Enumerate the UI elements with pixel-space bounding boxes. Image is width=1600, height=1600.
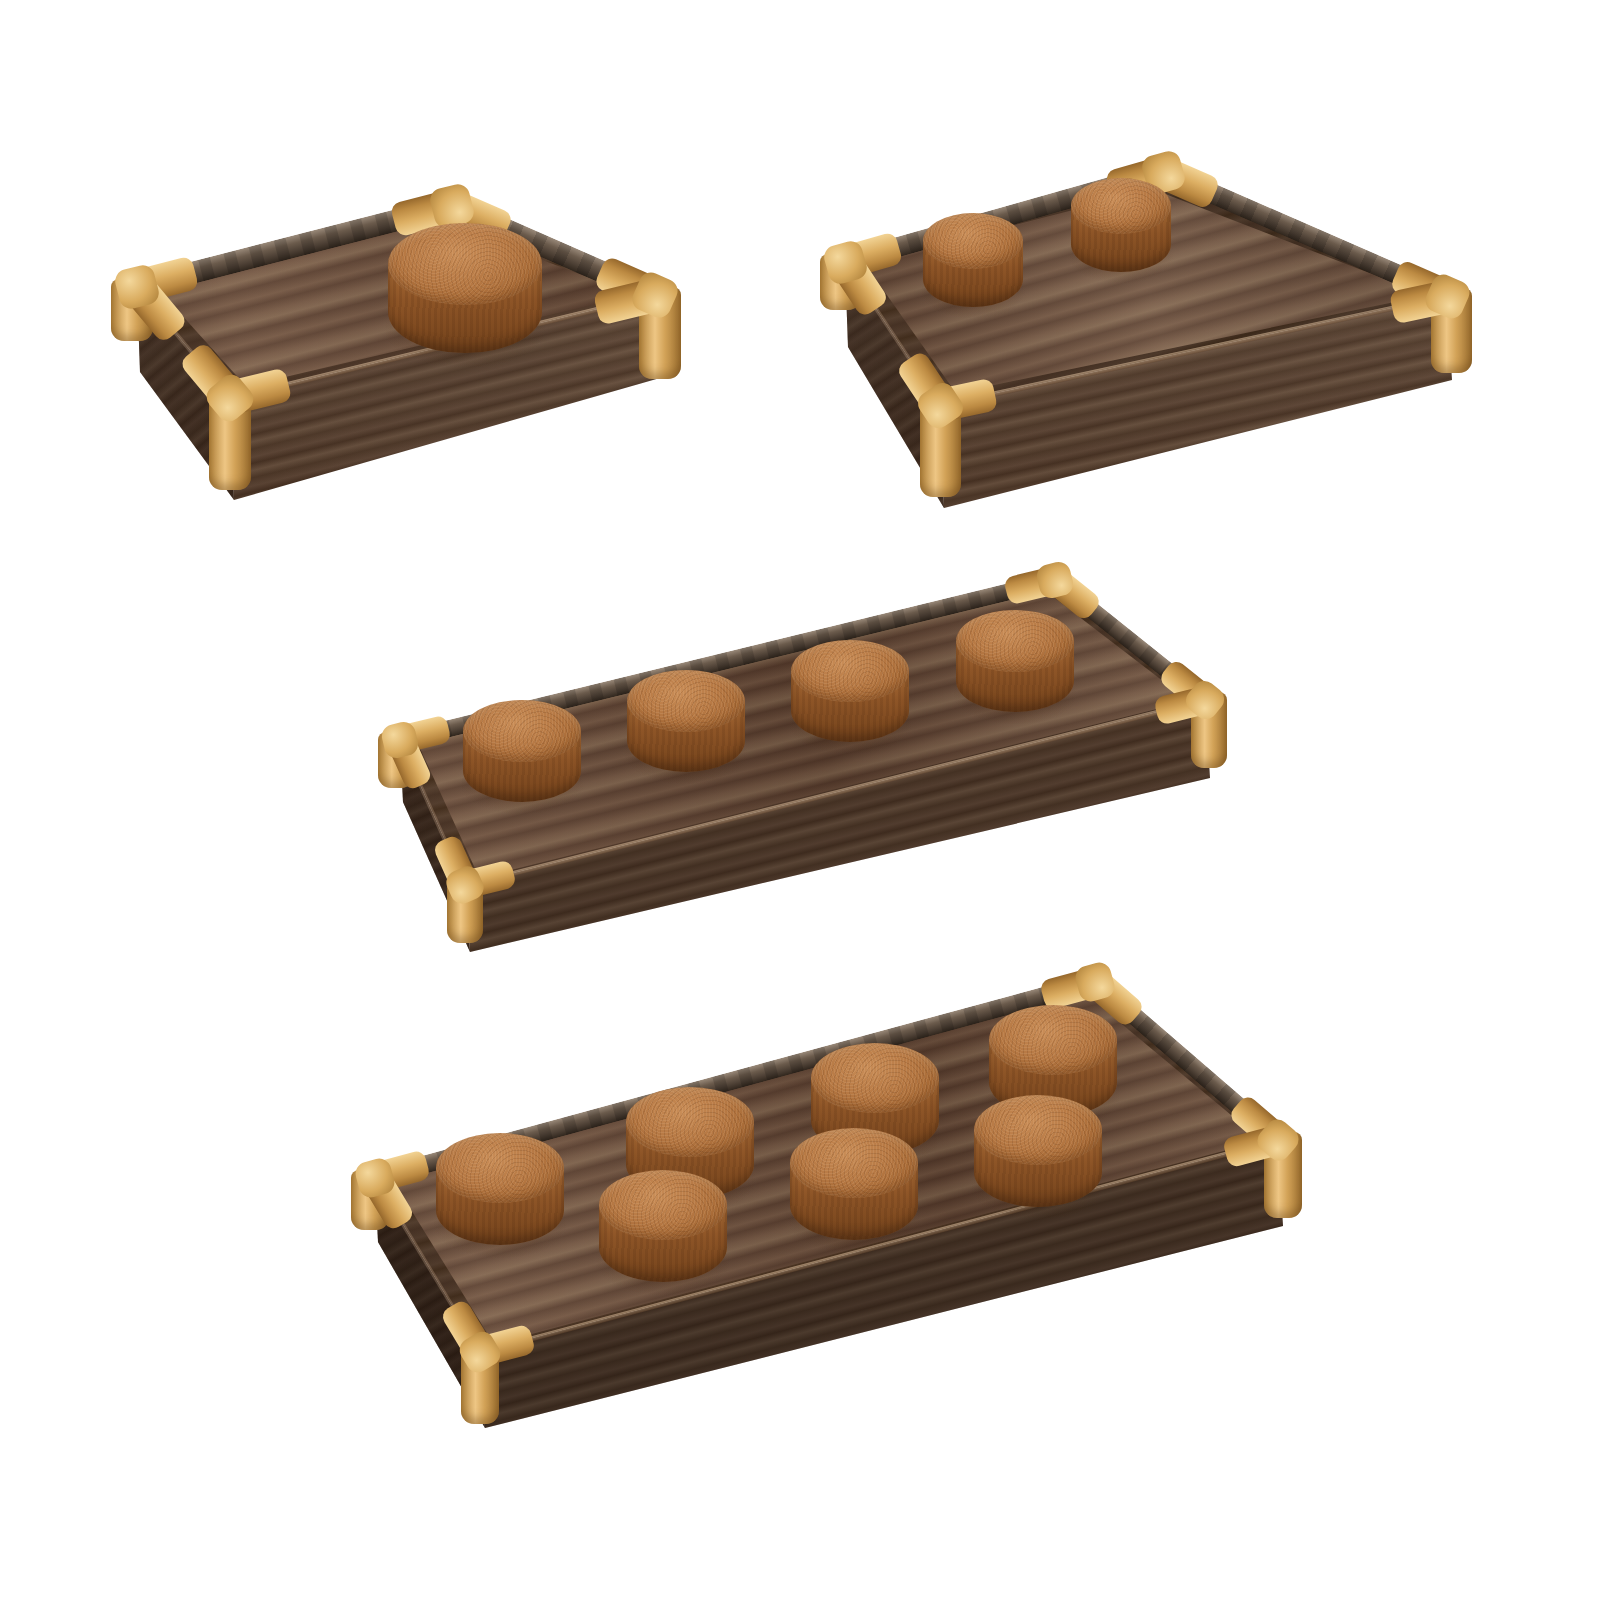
tray-front-side-face	[0, 0, 1600, 1600]
tray-top-floor	[0, 0, 1600, 1600]
puck-top	[974, 1095, 1102, 1165]
puck-top	[811, 1043, 939, 1113]
product-photo-stage	[0, 0, 1600, 1600]
puck-top	[626, 1087, 754, 1157]
tray-top-rim	[0, 0, 1600, 1600]
tray-left-side-face	[0, 0, 1600, 1600]
puck-top	[989, 1005, 1117, 1075]
puck-top	[599, 1170, 727, 1240]
puck-top	[790, 1128, 918, 1198]
tray-large-7-puck	[0, 0, 1600, 1600]
puck-top	[436, 1133, 564, 1203]
